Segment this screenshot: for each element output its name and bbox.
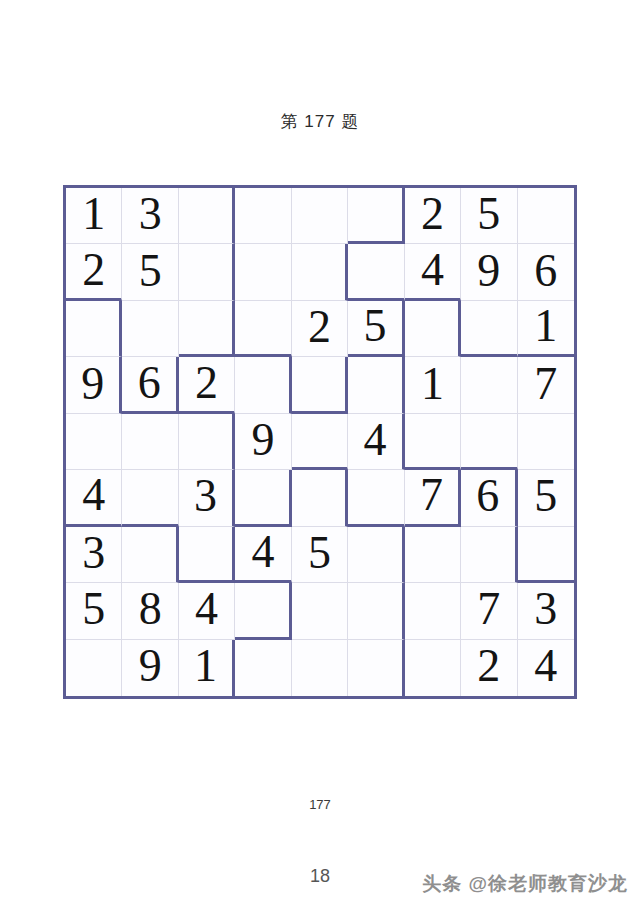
sudoku-cell-r5c5 bbox=[292, 414, 348, 470]
sudoku-cell-r6c1: 4 bbox=[66, 470, 122, 526]
sudoku-cell-r3c7 bbox=[405, 301, 461, 357]
sudoku-cell-r8c4 bbox=[235, 583, 291, 639]
sudoku-cell-r7c6 bbox=[348, 527, 404, 583]
sudoku-cell-r8c3: 4 bbox=[179, 583, 235, 639]
sudoku-cell-r3c2 bbox=[122, 301, 178, 357]
sudoku-cell-r5c2 bbox=[122, 414, 178, 470]
sudoku-cell-r3c3 bbox=[179, 301, 235, 357]
sudoku-cell-r1c9 bbox=[518, 188, 574, 244]
sudoku-cell-r2c5 bbox=[292, 244, 348, 300]
sudoku-cell-r6c4 bbox=[235, 470, 291, 526]
sudoku-cell-r7c2 bbox=[122, 527, 178, 583]
watermark: 头条 @徐老师教育沙龙 bbox=[422, 871, 628, 897]
sudoku-cell-r8c9: 3 bbox=[518, 583, 574, 639]
sudoku-cell-r6c6 bbox=[348, 470, 404, 526]
sudoku-cell-r2c9: 6 bbox=[518, 244, 574, 300]
sudoku-cell-r1c1: 1 bbox=[66, 188, 122, 244]
sudoku-cell-r9c4 bbox=[235, 640, 291, 696]
sudoku-cell-r5c9 bbox=[518, 414, 574, 470]
sudoku-cell-r3c6: 5 bbox=[348, 301, 404, 357]
sudoku-cell-r6c2 bbox=[122, 470, 178, 526]
sudoku-cell-r6c8: 6 bbox=[461, 470, 517, 526]
sudoku-cell-r3c8 bbox=[461, 301, 517, 357]
sudoku-cell-r7c4: 4 bbox=[235, 527, 291, 583]
sudoku-cell-r1c5 bbox=[292, 188, 348, 244]
sudoku-cell-r1c2: 3 bbox=[122, 188, 178, 244]
sudoku-cell-r4c7: 1 bbox=[405, 357, 461, 413]
sudoku-cell-r5c4: 9 bbox=[235, 414, 291, 470]
sudoku-cell-r9c1 bbox=[66, 640, 122, 696]
sudoku-cell-r7c1: 3 bbox=[66, 527, 122, 583]
sudoku-cell-r5c8 bbox=[461, 414, 517, 470]
sudoku-cell-r8c2: 8 bbox=[122, 583, 178, 639]
sudoku-cell-r6c9: 5 bbox=[518, 470, 574, 526]
sudoku-cell-r1c7: 2 bbox=[405, 188, 461, 244]
sudoku-cell-r2c6 bbox=[348, 244, 404, 300]
puzzle-number-footer: 177 bbox=[0, 797, 640, 812]
sudoku-cell-r8c8: 7 bbox=[461, 583, 517, 639]
sudoku-cell-r4c6 bbox=[348, 357, 404, 413]
sudoku-cell-r2c1: 2 bbox=[66, 244, 122, 300]
sudoku-cell-r6c5 bbox=[292, 470, 348, 526]
sudoku-cell-r1c6 bbox=[348, 188, 404, 244]
sudoku-cell-r5c3 bbox=[179, 414, 235, 470]
sudoku-cell-r4c9: 7 bbox=[518, 357, 574, 413]
sudoku-cell-r3c9: 1 bbox=[518, 301, 574, 357]
sudoku-cell-r9c3: 1 bbox=[179, 640, 235, 696]
sudoku-cell-r2c2: 5 bbox=[122, 244, 178, 300]
sudoku-cell-r4c4 bbox=[235, 357, 291, 413]
sudoku-cell-r9c9: 4 bbox=[518, 640, 574, 696]
sudoku-cell-r9c6 bbox=[348, 640, 404, 696]
sudoku-cell-r8c7 bbox=[405, 583, 461, 639]
sudoku-cell-r2c8: 9 bbox=[461, 244, 517, 300]
sudoku-cell-r3c4 bbox=[235, 301, 291, 357]
sudoku-cell-r5c7 bbox=[405, 414, 461, 470]
sudoku-cell-r3c5: 2 bbox=[292, 301, 348, 357]
sudoku-cell-r7c5: 5 bbox=[292, 527, 348, 583]
sudoku-cell-r6c3: 3 bbox=[179, 470, 235, 526]
sudoku-cell-r9c2: 9 bbox=[122, 640, 178, 696]
page-title: 第 177 题 bbox=[0, 110, 640, 133]
sudoku-cell-r7c9 bbox=[518, 527, 574, 583]
sudoku-cell-r5c1 bbox=[66, 414, 122, 470]
sudoku-cell-r1c4 bbox=[235, 188, 291, 244]
sudoku-cell-r3c1 bbox=[66, 301, 122, 357]
sudoku-cell-r8c6 bbox=[348, 583, 404, 639]
sudoku-cell-r8c1: 5 bbox=[66, 583, 122, 639]
sudoku-cell-r1c8: 5 bbox=[461, 188, 517, 244]
sudoku-board: 132525496251962179443765345584739124 bbox=[63, 185, 577, 699]
sudoku-cell-r9c8: 2 bbox=[461, 640, 517, 696]
sudoku-cell-r9c5 bbox=[292, 640, 348, 696]
sudoku-cell-r9c7 bbox=[405, 640, 461, 696]
sudoku-cell-r4c5 bbox=[292, 357, 348, 413]
sudoku-cell-r4c3: 2 bbox=[179, 357, 235, 413]
sudoku-cell-r6c7: 7 bbox=[405, 470, 461, 526]
sudoku-cell-r5c6: 4 bbox=[348, 414, 404, 470]
sudoku-cell-r8c5 bbox=[292, 583, 348, 639]
sudoku-cell-r4c2: 6 bbox=[122, 357, 178, 413]
sudoku-cell-r4c1: 9 bbox=[66, 357, 122, 413]
sudoku-cell-r1c3 bbox=[179, 188, 235, 244]
sudoku-cell-r2c7: 4 bbox=[405, 244, 461, 300]
sudoku-cell-r2c3 bbox=[179, 244, 235, 300]
sudoku-cell-r7c8 bbox=[461, 527, 517, 583]
sudoku-cell-r4c8 bbox=[461, 357, 517, 413]
sudoku-cell-r2c4 bbox=[235, 244, 291, 300]
sudoku-cell-r7c3 bbox=[179, 527, 235, 583]
sudoku-cell-r7c7 bbox=[405, 527, 461, 583]
